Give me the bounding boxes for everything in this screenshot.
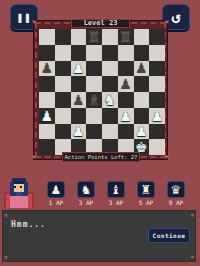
square-h6[interactable] — [149, 61, 165, 77]
buy-queen-button[interactable]: ♛ — [167, 181, 185, 198]
piece-white-pawn: ♟ — [151, 109, 164, 123]
square-c4[interactable]: ♟ — [71, 92, 87, 108]
action-points-banner: Action Points Left: 27 — [62, 152, 140, 162]
tray-slot-rook: ♜ 5 AP — [136, 181, 156, 206]
corner-x-icon: ✕ — [165, 154, 169, 161]
square-f6[interactable] — [118, 61, 134, 77]
piece-black-rook: ♜ — [88, 30, 101, 44]
continue-button[interactable]: Continue — [148, 228, 190, 243]
piece-black-pawn: ♟ — [119, 77, 132, 91]
square-c6[interactable]: ♟ — [71, 61, 87, 77]
restart-icon: ↺ — [171, 8, 181, 27]
corner-x-icon: ✕ — [32, 154, 36, 161]
square-b2[interactable] — [55, 124, 71, 140]
square-g7[interactable] — [134, 45, 150, 61]
piece-black-bishop: ♝ — [88, 93, 101, 107]
corner-x-icon: ✕ — [190, 254, 194, 260]
buy-rook-button[interactable]: ♜ — [137, 181, 155, 198]
square-f5[interactable]: ♟ — [118, 76, 134, 92]
square-c3[interactable] — [71, 108, 87, 124]
bishop-ap-label: 3 AP — [109, 200, 123, 206]
square-g4[interactable] — [134, 92, 150, 108]
square-b7[interactable] — [55, 45, 71, 61]
corner-x-icon: ✕ — [190, 212, 194, 218]
square-c5[interactable] — [71, 76, 87, 92]
buy-bishop-button[interactable]: ♝ — [107, 181, 125, 198]
tray-slot-pawn: ♟ 1 AP — [46, 181, 66, 206]
square-g5[interactable] — [134, 76, 150, 92]
dialog-panel: ✕ ✕ ✕ ✕ Hmm... Continue — [2, 210, 196, 262]
piece-black-pawn: ♟ — [72, 93, 85, 107]
square-a4[interactable] — [39, 92, 55, 108]
corner-x-icon: ✕ — [4, 212, 8, 218]
level-banner: Level 23 — [71, 19, 130, 28]
square-a8[interactable] — [39, 29, 55, 45]
square-f2[interactable] — [118, 124, 134, 140]
square-e7[interactable] — [102, 45, 118, 61]
square-c7[interactable] — [71, 45, 87, 61]
square-a1[interactable] — [39, 139, 55, 155]
square-h1[interactable] — [149, 139, 165, 155]
piece-white-knight: ♞ — [104, 93, 117, 107]
square-d8[interactable]: ♜ — [86, 29, 102, 45]
square-d7[interactable] — [86, 45, 102, 61]
corner-x-icon: ✕ — [4, 254, 8, 260]
corner-x-icon: ✕ — [165, 19, 169, 26]
square-e2[interactable] — [102, 124, 118, 140]
buy-pawn-button[interactable]: ♟ — [47, 181, 65, 198]
square-c2[interactable]: ♟ — [71, 124, 87, 140]
square-h2[interactable] — [149, 124, 165, 140]
square-f4[interactable] — [118, 92, 134, 108]
square-h4[interactable] — [149, 92, 165, 108]
knight-ap-label: 3 AP — [79, 200, 93, 206]
tray-slot-knight: ♞ 3 AP — [76, 181, 96, 206]
square-e6[interactable] — [102, 61, 118, 77]
square-h7[interactable] — [149, 45, 165, 61]
square-g2[interactable]: ♟ — [134, 124, 150, 140]
square-d3[interactable] — [86, 108, 102, 124]
pause-icon: ❚❚ — [16, 11, 31, 24]
square-a6[interactable]: ♟ — [39, 61, 55, 77]
square-f3[interactable]: ♟ — [118, 108, 134, 124]
square-d5[interactable] — [86, 76, 102, 92]
square-e4[interactable]: ♞ — [102, 92, 118, 108]
tray-slot-queen: ♛ 9 AP — [166, 181, 186, 206]
player-avatar — [2, 178, 36, 208]
piece-white-pawn: ♟ — [72, 61, 85, 75]
piece-white-pawn: ♟ — [135, 124, 148, 138]
square-b8[interactable] — [55, 29, 71, 45]
square-b6[interactable] — [55, 61, 71, 77]
square-b4[interactable] — [55, 92, 71, 108]
queen-ap-label: 9 AP — [169, 200, 183, 206]
piece-black-pawn: ♟ — [41, 61, 54, 75]
square-f8[interactable]: ♜ — [118, 29, 134, 45]
piece-white-pawn: ♟ — [72, 124, 85, 138]
square-e5[interactable] — [102, 76, 118, 92]
square-a3[interactable]: ♟ — [39, 108, 55, 124]
square-g6[interactable]: ♟ — [134, 61, 150, 77]
piece-black-pawn: ♟ — [135, 61, 148, 75]
piece-white-pawn: ♟ — [41, 109, 54, 123]
board-frame: ✕ ✕ ✕ ✕ ♜♜♟♟♟♟♟♝♞♟♟♟♟♟♚ — [33, 20, 168, 160]
square-a7[interactable] — [39, 45, 55, 61]
square-e8[interactable] — [102, 29, 118, 45]
square-h5[interactable] — [149, 76, 165, 92]
square-e3[interactable] — [102, 108, 118, 124]
square-g8[interactable] — [134, 29, 150, 45]
pawn-ap-label: 1 AP — [49, 200, 63, 206]
rook-ap-label: 5 AP — [139, 200, 153, 206]
square-b3[interactable] — [55, 108, 71, 124]
tray-slot-bishop: ♝ 3 AP — [106, 181, 126, 206]
dialog-text: Hmm... — [11, 220, 46, 229]
square-f7[interactable] — [118, 45, 134, 61]
square-d6[interactable] — [86, 61, 102, 77]
corner-x-icon: ✕ — [32, 19, 36, 26]
square-c8[interactable] — [71, 29, 87, 45]
buy-knight-button[interactable]: ♞ — [77, 181, 95, 198]
piece-black-rook: ♜ — [119, 30, 132, 44]
square-h8[interactable] — [149, 29, 165, 45]
square-a5[interactable] — [39, 76, 55, 92]
square-h3[interactable]: ♟ — [149, 108, 165, 124]
piece-tray: ♟ 1 AP ♞ 3 AP ♝ 3 AP ♜ 5 AP ♛ 9 AP — [46, 181, 186, 206]
square-a2[interactable] — [39, 124, 55, 140]
square-g3[interactable] — [134, 108, 150, 124]
piece-white-pawn: ♟ — [119, 109, 132, 123]
square-d2[interactable] — [86, 124, 102, 140]
chess-board: ♜♜♟♟♟♟♟♝♞♟♟♟♟♟♚ — [39, 29, 165, 155]
square-b5[interactable] — [55, 76, 71, 92]
square-d4[interactable]: ♝ — [86, 92, 102, 108]
